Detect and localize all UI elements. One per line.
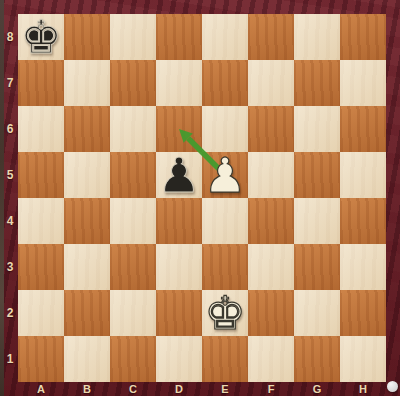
- square-a7[interactable]: [18, 60, 64, 106]
- square-h6[interactable]: [340, 106, 386, 152]
- square-b7[interactable]: [64, 60, 110, 106]
- rank-label-5: 5: [2, 152, 18, 198]
- square-b5[interactable]: [64, 152, 110, 198]
- square-f3[interactable]: [248, 244, 294, 290]
- square-g8[interactable]: [294, 14, 340, 60]
- square-d3[interactable]: [156, 244, 202, 290]
- square-c3[interactable]: [110, 244, 156, 290]
- square-a2[interactable]: [18, 290, 64, 336]
- square-d4[interactable]: [156, 198, 202, 244]
- file-label-e: E: [202, 382, 248, 396]
- rank-label-4: 4: [2, 198, 18, 244]
- square-f5[interactable]: [248, 152, 294, 198]
- square-f8[interactable]: [248, 14, 294, 60]
- rank-label-8: 8: [2, 14, 18, 60]
- square-e6[interactable]: [202, 106, 248, 152]
- square-h7[interactable]: [340, 60, 386, 106]
- square-b2[interactable]: [64, 290, 110, 336]
- square-b4[interactable]: [64, 198, 110, 244]
- chess-board-frame: 87654321 ABCDEFGH ♚♟♟♚: [0, 0, 400, 396]
- square-b3[interactable]: [64, 244, 110, 290]
- square-a4[interactable]: [18, 198, 64, 244]
- square-g7[interactable]: [294, 60, 340, 106]
- square-e4[interactable]: [202, 198, 248, 244]
- square-h3[interactable]: [340, 244, 386, 290]
- square-c7[interactable]: [110, 60, 156, 106]
- file-coordinates: ABCDEFGH: [18, 382, 386, 396]
- square-e1[interactable]: [202, 336, 248, 382]
- square-e8[interactable]: [202, 14, 248, 60]
- square-g2[interactable]: [294, 290, 340, 336]
- file-label-h: H: [340, 382, 386, 396]
- rank-coordinates: 87654321: [2, 14, 18, 382]
- square-f4[interactable]: [248, 198, 294, 244]
- square-c4[interactable]: [110, 198, 156, 244]
- file-label-g: G: [294, 382, 340, 396]
- white-to-move-indicator: [387, 381, 398, 392]
- square-a3[interactable]: [18, 244, 64, 290]
- square-h4[interactable]: [340, 198, 386, 244]
- piece-white-pawn-e5[interactable]: ♟: [202, 152, 248, 198]
- square-c2[interactable]: [110, 290, 156, 336]
- rank-label-2: 2: [2, 290, 18, 336]
- square-d6[interactable]: [156, 106, 202, 152]
- square-c1[interactable]: [110, 336, 156, 382]
- square-f1[interactable]: [248, 336, 294, 382]
- square-g3[interactable]: [294, 244, 340, 290]
- rank-label-1: 1: [2, 336, 18, 382]
- square-g1[interactable]: [294, 336, 340, 382]
- square-h1[interactable]: [340, 336, 386, 382]
- square-f7[interactable]: [248, 60, 294, 106]
- square-c5[interactable]: [110, 152, 156, 198]
- square-a5[interactable]: [18, 152, 64, 198]
- square-g4[interactable]: [294, 198, 340, 244]
- rank-label-7: 7: [2, 60, 18, 106]
- square-h2[interactable]: [340, 290, 386, 336]
- square-d2[interactable]: [156, 290, 202, 336]
- square-h8[interactable]: [340, 14, 386, 60]
- square-b1[interactable]: [64, 336, 110, 382]
- piece-white-king-e2[interactable]: ♚: [202, 290, 248, 336]
- file-label-d: D: [156, 382, 202, 396]
- square-h5[interactable]: [340, 152, 386, 198]
- square-d1[interactable]: [156, 336, 202, 382]
- square-e3[interactable]: [202, 244, 248, 290]
- square-d8[interactable]: [156, 14, 202, 60]
- square-a6[interactable]: [18, 106, 64, 152]
- square-f2[interactable]: [248, 290, 294, 336]
- square-g6[interactable]: [294, 106, 340, 152]
- square-e7[interactable]: [202, 60, 248, 106]
- square-b6[interactable]: [64, 106, 110, 152]
- square-a1[interactable]: [18, 336, 64, 382]
- rank-label-6: 6: [2, 106, 18, 152]
- file-label-a: A: [18, 382, 64, 396]
- rank-label-3: 3: [2, 244, 18, 290]
- square-f6[interactable]: [248, 106, 294, 152]
- square-c8[interactable]: [110, 14, 156, 60]
- piece-black-king-a8[interactable]: ♚: [18, 14, 64, 60]
- file-label-b: B: [64, 382, 110, 396]
- file-label-c: C: [110, 382, 156, 396]
- square-c6[interactable]: [110, 106, 156, 152]
- square-d7[interactable]: [156, 60, 202, 106]
- piece-black-pawn-d5[interactable]: ♟: [156, 152, 202, 198]
- file-label-f: F: [248, 382, 294, 396]
- square-g5[interactable]: [294, 152, 340, 198]
- square-b8[interactable]: [64, 14, 110, 60]
